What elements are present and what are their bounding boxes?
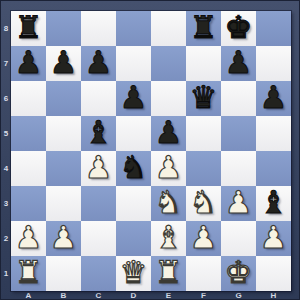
rank-label-5: 5	[1, 116, 11, 151]
square-f3[interactable]: ♞	[186, 186, 221, 221]
piece-black-pawn[interactable]: ♟	[120, 82, 148, 113]
piece-white-queen[interactable]: ♛	[120, 257, 148, 288]
square-f2[interactable]: ♟	[186, 221, 221, 256]
square-c8[interactable]	[81, 11, 116, 46]
piece-black-bishop[interactable]: ♝	[85, 117, 113, 148]
piece-white-rook[interactable]: ♜	[155, 257, 183, 288]
rank-label-6: 6	[1, 81, 11, 116]
square-b4[interactable]	[46, 151, 81, 186]
square-e7[interactable]	[151, 46, 186, 81]
square-e1[interactable]: ♜	[151, 256, 186, 291]
square-f4[interactable]	[186, 151, 221, 186]
square-g6[interactable]	[221, 81, 256, 116]
square-h7[interactable]	[256, 46, 291, 81]
square-a6[interactable]	[11, 81, 46, 116]
square-d4[interactable]: ♞	[116, 151, 151, 186]
piece-white-pawn[interactable]: ♟	[50, 222, 78, 253]
square-d8[interactable]	[116, 11, 151, 46]
piece-white-pawn[interactable]: ♟	[190, 222, 218, 253]
piece-white-knight[interactable]: ♞	[190, 187, 218, 218]
piece-black-pawn[interactable]: ♟	[225, 47, 253, 78]
square-a4[interactable]	[11, 151, 46, 186]
square-c1[interactable]	[81, 256, 116, 291]
rank-label-3: 3	[1, 186, 11, 221]
square-b2[interactable]: ♟	[46, 221, 81, 256]
square-e8[interactable]	[151, 11, 186, 46]
square-h3[interactable]: ♝	[256, 186, 291, 221]
square-h6[interactable]: ♟	[256, 81, 291, 116]
file-labels: ABCDEFGH	[11, 291, 291, 300]
square-c2[interactable]	[81, 221, 116, 256]
square-b5[interactable]	[46, 116, 81, 151]
square-a7[interactable]: ♟	[11, 46, 46, 81]
file-label-d: D	[116, 291, 151, 300]
piece-black-queen[interactable]: ♛	[190, 82, 218, 113]
square-g3[interactable]: ♟	[221, 186, 256, 221]
piece-white-king[interactable]: ♚	[225, 257, 253, 288]
square-h1[interactable]	[256, 256, 291, 291]
rank-label-8: 8	[1, 11, 11, 46]
square-e2[interactable]: ♝	[151, 221, 186, 256]
square-f6[interactable]: ♛	[186, 81, 221, 116]
square-d5[interactable]	[116, 116, 151, 151]
square-b7[interactable]: ♟	[46, 46, 81, 81]
piece-white-pawn[interactable]: ♟	[15, 222, 43, 253]
square-d7[interactable]	[116, 46, 151, 81]
square-g8[interactable]: ♚	[221, 11, 256, 46]
file-label-h: H	[256, 291, 291, 300]
square-b6[interactable]	[46, 81, 81, 116]
piece-black-pawn[interactable]: ♟	[155, 117, 183, 148]
square-d1[interactable]: ♛	[116, 256, 151, 291]
piece-black-pawn[interactable]: ♟	[50, 47, 78, 78]
piece-white-pawn[interactable]: ♟	[260, 222, 288, 253]
rank-labels: 87654321	[1, 11, 11, 291]
piece-white-pawn[interactable]: ♟	[225, 187, 253, 218]
board: ♜♜♚♟♟♟♟♟♛♟♝♟♟♞♟♞♞♟♝♟♟♝♟♟♜♛♜♚	[11, 11, 291, 291]
square-f8[interactable]: ♜	[186, 11, 221, 46]
square-c3[interactable]	[81, 186, 116, 221]
square-d6[interactable]: ♟	[116, 81, 151, 116]
piece-black-pawn[interactable]: ♟	[85, 47, 113, 78]
chess-board-frame: 87654321 ABCDEFGH ♜♜♚♟♟♟♟♟♛♟♝♟♟♞♟♞♞♟♝♟♟♝…	[0, 0, 300, 300]
square-b1[interactable]	[46, 256, 81, 291]
square-e4[interactable]: ♟	[151, 151, 186, 186]
square-h5[interactable]	[256, 116, 291, 151]
square-a8[interactable]: ♜	[11, 11, 46, 46]
square-h2[interactable]: ♟	[256, 221, 291, 256]
square-g1[interactable]: ♚	[221, 256, 256, 291]
rank-label-1: 1	[1, 256, 11, 291]
piece-white-pawn[interactable]: ♟	[85, 152, 113, 183]
piece-black-pawn[interactable]: ♟	[15, 47, 43, 78]
piece-white-bishop[interactable]: ♝	[155, 222, 183, 253]
file-label-c: C	[81, 291, 116, 300]
piece-black-bishop[interactable]: ♝	[260, 187, 288, 218]
square-c7[interactable]: ♟	[81, 46, 116, 81]
file-label-b: B	[46, 291, 81, 300]
square-h8[interactable]	[256, 11, 291, 46]
square-g7[interactable]: ♟	[221, 46, 256, 81]
rank-label-2: 2	[1, 221, 11, 256]
square-h4[interactable]	[256, 151, 291, 186]
square-a2[interactable]: ♟	[11, 221, 46, 256]
square-g2[interactable]	[221, 221, 256, 256]
square-e3[interactable]: ♞	[151, 186, 186, 221]
square-d3[interactable]	[116, 186, 151, 221]
rank-label-4: 4	[1, 151, 11, 186]
rank-label-7: 7	[1, 46, 11, 81]
piece-black-pawn[interactable]: ♟	[260, 82, 288, 113]
square-a1[interactable]: ♜	[11, 256, 46, 291]
piece-white-pawn[interactable]: ♟	[155, 152, 183, 183]
piece-black-rook[interactable]: ♜	[15, 12, 43, 43]
square-a5[interactable]	[11, 116, 46, 151]
square-c5[interactable]: ♝	[81, 116, 116, 151]
square-g4[interactable]	[221, 151, 256, 186]
square-d2[interactable]	[116, 221, 151, 256]
square-c4[interactable]: ♟	[81, 151, 116, 186]
square-f1[interactable]	[186, 256, 221, 291]
square-b8[interactable]	[46, 11, 81, 46]
piece-black-knight[interactable]: ♞	[120, 152, 148, 183]
square-c6[interactable]	[81, 81, 116, 116]
file-label-e: E	[151, 291, 186, 300]
file-label-g: G	[221, 291, 256, 300]
square-g5[interactable]	[221, 116, 256, 151]
square-e6[interactable]	[151, 81, 186, 116]
square-a3[interactable]	[11, 186, 46, 221]
square-e5[interactable]: ♟	[151, 116, 186, 151]
square-f7[interactable]	[186, 46, 221, 81]
piece-black-rook[interactable]: ♜	[190, 12, 218, 43]
file-label-a: A	[11, 291, 46, 300]
file-label-f: F	[186, 291, 221, 300]
square-b3[interactable]	[46, 186, 81, 221]
piece-black-king[interactable]: ♚	[225, 12, 253, 43]
piece-white-rook[interactable]: ♜	[15, 257, 43, 288]
piece-white-knight[interactable]: ♞	[155, 187, 183, 218]
square-f5[interactable]	[186, 116, 221, 151]
